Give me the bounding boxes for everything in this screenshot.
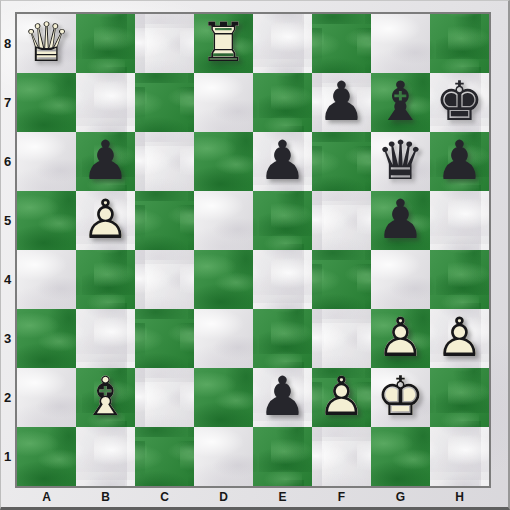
piece-black-bishop-g7[interactable]: ♝ — [371, 73, 430, 132]
square-e8[interactable] — [253, 14, 312, 73]
square-e6[interactable]: ♟ — [253, 132, 312, 191]
piece-black-pawn-e2[interactable]: ♟ — [253, 368, 312, 427]
square-f4[interactable] — [312, 250, 371, 309]
square-g6[interactable]: ♛ — [371, 132, 430, 191]
square-b2[interactable]: ♝♗ — [76, 368, 135, 427]
square-a3[interactable] — [17, 309, 76, 368]
white-pawn-icon: ♟ — [435, 310, 483, 364]
black-pawn-icon: ♟ — [317, 74, 365, 128]
square-c7[interactable] — [135, 73, 194, 132]
piece-white-pawn-h3[interactable]: ♟♙ — [430, 309, 489, 368]
piece-white-pawn-g3[interactable]: ♟♙ — [371, 309, 430, 368]
white-pawn-outline-icon: ♙ — [317, 369, 365, 423]
piece-white-pawn-b5[interactable]: ♟♙ — [76, 191, 135, 250]
white-pawn-outline-icon: ♙ — [376, 310, 424, 364]
square-h5[interactable] — [430, 191, 489, 250]
white-pawn-icon: ♟ — [81, 192, 129, 246]
square-h7[interactable]: ♚ — [430, 73, 489, 132]
white-rook-icon: ♜ — [199, 15, 247, 69]
file-label-h: H — [430, 489, 489, 506]
white-rook-outline-icon: ♖ — [199, 15, 247, 69]
square-c8[interactable] — [135, 14, 194, 73]
piece-white-pawn-f2[interactable]: ♟♙ — [312, 368, 371, 427]
piece-black-king-h7[interactable]: ♚ — [430, 73, 489, 132]
piece-black-pawn-h6[interactable]: ♟ — [430, 132, 489, 191]
square-c5[interactable] — [135, 191, 194, 250]
piece-black-pawn-f7[interactable]: ♟ — [312, 73, 371, 132]
square-c3[interactable] — [135, 309, 194, 368]
square-e5[interactable] — [253, 191, 312, 250]
file-label-e: E — [253, 489, 312, 506]
white-pawn-outline-icon: ♙ — [81, 192, 129, 246]
white-king-icon: ♚ — [376, 369, 424, 423]
square-f6[interactable] — [312, 132, 371, 191]
white-bishop-icon: ♝ — [81, 369, 129, 423]
square-f2[interactable]: ♟♙ — [312, 368, 371, 427]
white-pawn-outline-icon: ♙ — [435, 310, 483, 364]
square-c4[interactable] — [135, 250, 194, 309]
chess-board: ♛♕♜♖♟♝♚♟♟♛♟♟♙♟♟♙♟♙♝♗♟♟♙♚♔ — [15, 12, 491, 488]
piece-black-pawn-g5[interactable]: ♟ — [371, 191, 430, 250]
square-b4[interactable] — [76, 250, 135, 309]
square-g3[interactable]: ♟♙ — [371, 309, 430, 368]
square-h6[interactable]: ♟ — [430, 132, 489, 191]
square-b7[interactable] — [76, 73, 135, 132]
square-g7[interactable]: ♝ — [371, 73, 430, 132]
square-a1[interactable] — [17, 427, 76, 486]
black-pawn-icon: ♟ — [376, 192, 424, 246]
square-f7[interactable]: ♟ — [312, 73, 371, 132]
square-b1[interactable] — [76, 427, 135, 486]
file-label-f: F — [312, 489, 371, 506]
white-bishop-outline-icon: ♗ — [81, 369, 129, 423]
square-a5[interactable] — [17, 191, 76, 250]
white-pawn-icon: ♟ — [376, 310, 424, 364]
square-d3[interactable] — [194, 309, 253, 368]
square-g1[interactable] — [371, 427, 430, 486]
square-d8[interactable]: ♜♖ — [194, 14, 253, 73]
black-pawn-icon: ♟ — [258, 133, 306, 187]
square-d7[interactable] — [194, 73, 253, 132]
square-h4[interactable] — [430, 250, 489, 309]
rank-label-7: 7 — [1, 73, 14, 132]
square-f3[interactable] — [312, 309, 371, 368]
rank-label-6: 6 — [1, 132, 14, 191]
rank-label-1: 1 — [1, 427, 14, 486]
piece-white-rook-d8[interactable]: ♜♖ — [194, 14, 253, 73]
square-d6[interactable] — [194, 132, 253, 191]
square-g5[interactable]: ♟ — [371, 191, 430, 250]
rank-label-4: 4 — [1, 250, 14, 309]
white-king-outline-icon: ♔ — [376, 369, 424, 423]
square-c1[interactable] — [135, 427, 194, 486]
square-g2[interactable]: ♚♔ — [371, 368, 430, 427]
square-f8[interactable] — [312, 14, 371, 73]
square-g4[interactable] — [371, 250, 430, 309]
square-c6[interactable] — [135, 132, 194, 191]
square-g8[interactable] — [371, 14, 430, 73]
square-h3[interactable]: ♟♙ — [430, 309, 489, 368]
piece-white-bishop-b2[interactable]: ♝♗ — [76, 368, 135, 427]
square-h8[interactable] — [430, 14, 489, 73]
file-label-d: D — [194, 489, 253, 506]
square-h2[interactable] — [430, 368, 489, 427]
black-pawn-icon: ♟ — [435, 133, 483, 187]
rank-label-5: 5 — [1, 191, 14, 250]
piece-black-pawn-b6[interactable]: ♟ — [76, 132, 135, 191]
file-label-g: G — [371, 489, 430, 506]
piece-white-queen-a8[interactable]: ♛♕ — [17, 14, 76, 73]
rank-label-3: 3 — [1, 309, 14, 368]
file-label-c: C — [135, 489, 194, 506]
square-c2[interactable] — [135, 368, 194, 427]
chess-board-frame: ♛♕♜♖♟♝♚♟♟♛♟♟♙♟♟♙♟♙♝♗♟♟♙♚♔ 87654321 ABCDE… — [0, 0, 510, 510]
rank-label-2: 2 — [1, 368, 14, 427]
square-a4[interactable] — [17, 250, 76, 309]
square-e7[interactable] — [253, 73, 312, 132]
square-a8[interactable]: ♛♕ — [17, 14, 76, 73]
square-e1[interactable] — [253, 427, 312, 486]
square-b3[interactable] — [76, 309, 135, 368]
piece-black-queen-g6[interactable]: ♛ — [371, 132, 430, 191]
square-h1[interactable] — [430, 427, 489, 486]
square-a7[interactable] — [17, 73, 76, 132]
square-a6[interactable] — [17, 132, 76, 191]
rank-label-8: 8 — [1, 14, 14, 73]
file-label-a: A — [17, 489, 76, 506]
square-d1[interactable] — [194, 427, 253, 486]
square-a2[interactable] — [17, 368, 76, 427]
square-f5[interactable] — [312, 191, 371, 250]
white-pawn-icon: ♟ — [317, 369, 365, 423]
black-pawn-icon: ♟ — [81, 133, 129, 187]
black-queen-icon: ♛ — [376, 133, 424, 187]
square-e4[interactable] — [253, 250, 312, 309]
square-b8[interactable] — [76, 14, 135, 73]
square-e2[interactable]: ♟ — [253, 368, 312, 427]
square-d2[interactable] — [194, 368, 253, 427]
square-f1[interactable] — [312, 427, 371, 486]
square-b6[interactable]: ♟ — [76, 132, 135, 191]
file-label-b: B — [76, 489, 135, 506]
square-d5[interactable] — [194, 191, 253, 250]
black-king-icon: ♚ — [435, 74, 483, 128]
piece-white-king-g2[interactable]: ♚♔ — [371, 368, 430, 427]
black-bishop-icon: ♝ — [376, 74, 424, 128]
white-queen-outline-icon: ♕ — [22, 15, 70, 69]
white-queen-icon: ♛ — [22, 15, 70, 69]
square-b5[interactable]: ♟♙ — [76, 191, 135, 250]
square-d4[interactable] — [194, 250, 253, 309]
black-pawn-icon: ♟ — [258, 369, 306, 423]
piece-black-pawn-e6[interactable]: ♟ — [253, 132, 312, 191]
square-e3[interactable] — [253, 309, 312, 368]
